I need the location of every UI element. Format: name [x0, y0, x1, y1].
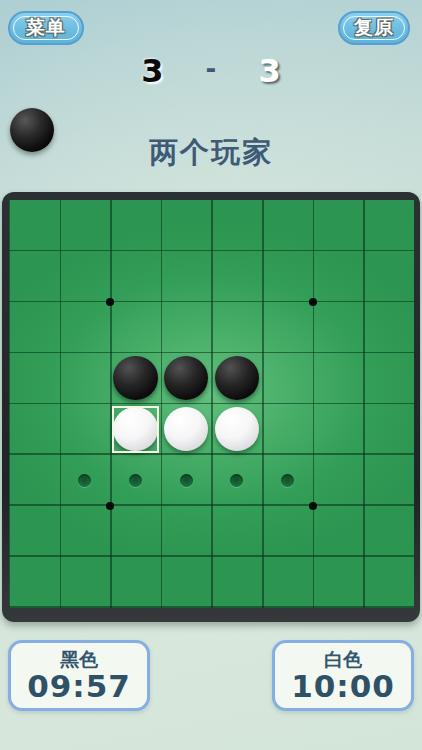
board-cell-r3c2[interactable]	[110, 353, 161, 404]
board-cell-r2c0[interactable]	[9, 302, 60, 353]
board-cell-r0c0[interactable]	[9, 200, 60, 251]
board-cell-r6c2[interactable]	[110, 506, 161, 557]
black-timer-panel: 黑色 09:57	[8, 640, 150, 711]
white-disc	[164, 407, 209, 452]
board-cell-r1c5[interactable]	[262, 251, 313, 302]
legal-move-dot[interactable]	[230, 474, 243, 487]
board-cell-r1c1[interactable]	[60, 251, 111, 302]
board-cell-r2c3[interactable]	[161, 302, 212, 353]
board-cell-r5c1[interactable]	[60, 455, 111, 506]
white-timer-label: 白色	[324, 649, 362, 670]
board-cell-r3c3[interactable]	[161, 353, 212, 404]
board-cell-r3c6[interactable]	[313, 353, 364, 404]
black-score: 3	[141, 52, 163, 90]
board-cell-r0c3[interactable]	[161, 200, 212, 251]
black-disc	[215, 356, 260, 401]
board-cell-r4c4[interactable]	[212, 404, 263, 455]
board-cell-r4c5[interactable]	[262, 404, 313, 455]
undo-button[interactable]: 复原	[338, 11, 410, 45]
legal-move-dot[interactable]	[129, 474, 142, 487]
board-cell-r7c4[interactable]	[212, 557, 263, 608]
board-cell-r3c5[interactable]	[262, 353, 313, 404]
legal-move-dot[interactable]	[78, 474, 91, 487]
othello-board	[9, 200, 414, 608]
board-grid	[9, 200, 414, 608]
board-cell-r5c2[interactable]	[110, 455, 161, 506]
board-cell-r4c6[interactable]	[313, 404, 364, 455]
legal-move-dot[interactable]	[180, 474, 193, 487]
board-cell-r7c1[interactable]	[60, 557, 111, 608]
white-disc	[215, 407, 260, 452]
black-timer-time: 09:57	[27, 670, 131, 703]
board-cell-r1c0[interactable]	[9, 251, 60, 302]
board-cell-r2c5[interactable]	[262, 302, 313, 353]
board-cell-r3c1[interactable]	[60, 353, 111, 404]
black-disc	[113, 356, 158, 401]
board-cell-r6c5[interactable]	[262, 506, 313, 557]
board-cell-r6c1[interactable]	[60, 506, 111, 557]
board-cell-r6c7[interactable]	[363, 506, 414, 557]
board-cell-r4c3[interactable]	[161, 404, 212, 455]
othello-board-frame	[2, 192, 420, 622]
board-cell-r6c0[interactable]	[9, 506, 60, 557]
board-cell-r6c4[interactable]	[212, 506, 263, 557]
board-cell-r7c0[interactable]	[9, 557, 60, 608]
board-cell-r4c1[interactable]	[60, 404, 111, 455]
board-cell-r7c2[interactable]	[110, 557, 161, 608]
board-cell-r0c7[interactable]	[363, 200, 414, 251]
board-cell-r5c5[interactable]	[262, 455, 313, 506]
black-disc	[164, 356, 209, 401]
board-cell-r1c6[interactable]	[313, 251, 364, 302]
board-cell-r2c2[interactable]	[110, 302, 161, 353]
menu-button[interactable]: 菜单	[8, 11, 84, 45]
board-cell-r6c3[interactable]	[161, 506, 212, 557]
board-cell-r7c7[interactable]	[363, 557, 414, 608]
board-cell-r0c2[interactable]	[110, 200, 161, 251]
white-timer-time: 10:00	[291, 670, 395, 703]
board-cell-r5c6[interactable]	[313, 455, 364, 506]
board-cell-r3c4[interactable]	[212, 353, 263, 404]
score-separator: -	[206, 54, 217, 84]
white-disc	[113, 407, 158, 452]
board-cell-r1c7[interactable]	[363, 251, 414, 302]
board-cell-r5c4[interactable]	[212, 455, 263, 506]
board-cell-r2c7[interactable]	[363, 302, 414, 353]
board-cell-r2c1[interactable]	[60, 302, 111, 353]
white-score: 3	[258, 52, 280, 90]
undo-button-label: 复原	[354, 15, 394, 41]
board-cell-r0c4[interactable]	[212, 200, 263, 251]
board-cell-r4c7[interactable]	[363, 404, 414, 455]
board-cell-r1c3[interactable]	[161, 251, 212, 302]
board-cell-r0c5[interactable]	[262, 200, 313, 251]
board-cell-r5c3[interactable]	[161, 455, 212, 506]
board-cell-r1c4[interactable]	[212, 251, 263, 302]
score-display: 3 - 3	[0, 52, 422, 90]
board-cell-r7c5[interactable]	[262, 557, 313, 608]
board-cell-r5c0[interactable]	[9, 455, 60, 506]
board-cell-r3c0[interactable]	[9, 353, 60, 404]
board-cell-r4c2[interactable]	[110, 404, 161, 455]
game-mode-title: 两个玩家	[0, 133, 422, 173]
board-cell-r1c2[interactable]	[110, 251, 161, 302]
board-cell-r2c4[interactable]	[212, 302, 263, 353]
board-cell-r6c6[interactable]	[313, 506, 364, 557]
board-cell-r0c6[interactable]	[313, 200, 364, 251]
board-cell-r0c1[interactable]	[60, 200, 111, 251]
board-cell-r7c3[interactable]	[161, 557, 212, 608]
board-cell-r7c6[interactable]	[313, 557, 364, 608]
menu-button-label: 菜单	[26, 15, 66, 41]
board-cell-r3c7[interactable]	[363, 353, 414, 404]
black-timer-label: 黑色	[60, 649, 98, 670]
legal-move-dot[interactable]	[281, 474, 294, 487]
board-cell-r5c7[interactable]	[363, 455, 414, 506]
white-timer-panel: 白色 10:00	[272, 640, 414, 711]
board-cell-r4c0[interactable]	[9, 404, 60, 455]
board-cell-r2c6[interactable]	[313, 302, 364, 353]
